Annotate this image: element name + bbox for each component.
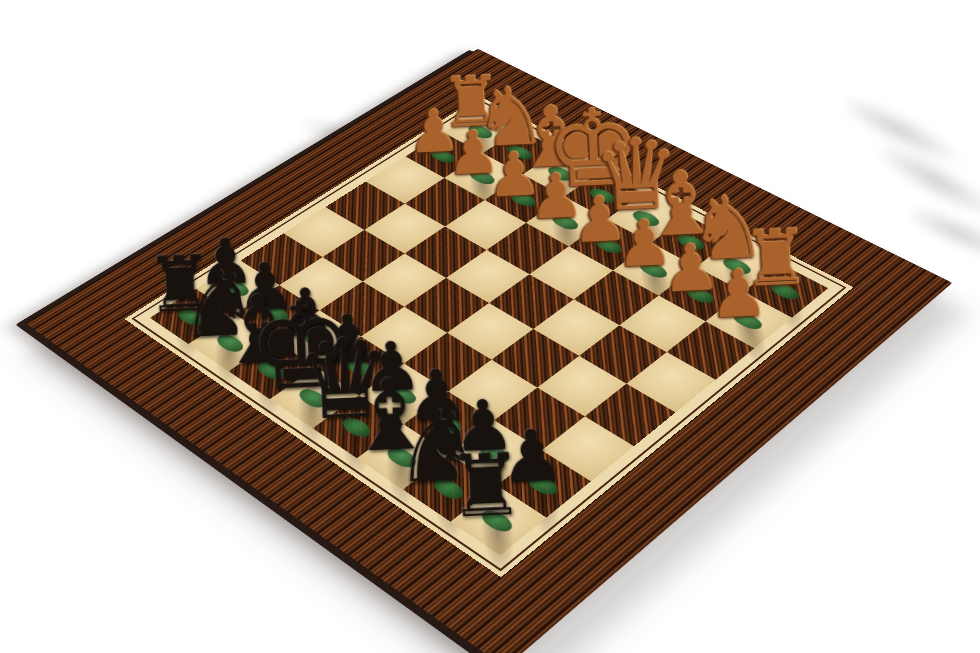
piece-shadow	[213, 330, 244, 390]
piece-shadow	[340, 413, 374, 479]
scene-3d: ♜♞♝♚♛♝♞♜♟♟♟♟♟♟♟♟♟♟♟♟♟♟♟♟♜♞♝♚♛♝♞♜ ♛♛	[0, 0, 980, 653]
piece-shadow	[384, 442, 420, 510]
felt-pad	[219, 276, 253, 298]
square-g7: ♟	[235, 285, 320, 340]
piece-shadow	[524, 469, 566, 539]
felt-pad	[213, 331, 248, 355]
square-d3	[529, 246, 612, 299]
piece-shadow	[173, 304, 205, 362]
chess-set-product-photo: ♜♞♝♚♛♝♞♜♟♟♟♟♟♟♟♟♟♟♟♟♟♟♟♟♜♞♝♚♛♝♞♜ ♛♛	[0, 0, 980, 653]
extra-white-queen-holder: ♛	[0, 413, 28, 477]
chess-board: ♜♞♝♚♛♝♞♜♟♟♟♟♟♟♟♟♟♟♟♟♟♟♟♟♜♞♝♚♛♝♞♜ ♛♛	[26, 48, 953, 653]
piece-white-extra-queen: ♛	[0, 345, 17, 454]
square-e5	[404, 277, 489, 332]
